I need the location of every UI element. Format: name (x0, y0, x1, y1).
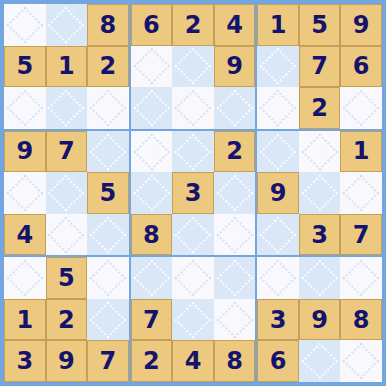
cell-r3c7[interactable] (257, 87, 299, 129)
given-digit: 5 (311, 13, 328, 37)
diamond-icon (175, 90, 211, 126)
cell-r9c2: 9 (46, 340, 88, 382)
cell-r4c4[interactable] (131, 131, 173, 173)
cell-r1c6: 4 (214, 4, 256, 46)
diamond-icon (48, 90, 84, 126)
diamond-icon (301, 260, 337, 296)
diamond-icon (216, 175, 252, 211)
box-r3c1: 512397 (4, 257, 129, 382)
cell-r9c3: 7 (87, 340, 129, 382)
diamond-icon (133, 90, 169, 126)
given-digit: 1 (270, 13, 287, 37)
cell-r1c1[interactable] (4, 4, 46, 46)
cell-r8c7: 3 (257, 299, 299, 341)
cell-r7c9[interactable] (340, 257, 382, 299)
cell-r2c9: 6 (340, 46, 382, 88)
given-digit: 6 (353, 54, 370, 78)
cell-r7c3[interactable] (87, 257, 129, 299)
diamond-icon (301, 343, 337, 379)
diamond-icon (260, 48, 296, 84)
cell-r1c4: 6 (131, 4, 173, 46)
given-digit: 1 (16, 308, 33, 332)
diamond-icon (133, 175, 169, 211)
given-digit: 7 (100, 349, 117, 373)
cell-r1c3: 8 (87, 4, 129, 46)
diamond-icon (175, 260, 211, 296)
box-r2c1: 9754 (4, 131, 129, 256)
cell-r3c5[interactable] (172, 87, 214, 129)
diamond-icon (216, 216, 252, 252)
diamond-icon (260, 133, 296, 169)
diamond-icon (216, 260, 252, 296)
given-digit: 3 (270, 308, 287, 332)
given-digit: 5 (58, 266, 75, 290)
diamond-icon (216, 301, 252, 337)
cell-r5c3: 5 (87, 172, 129, 214)
box-r3c3: 3986 (257, 257, 382, 382)
given-digit: 8 (353, 308, 370, 332)
diamond-icon (7, 90, 43, 126)
given-digit: 3 (185, 181, 202, 205)
cell-r1c5: 2 (172, 4, 214, 46)
cell-r1c8: 5 (299, 4, 341, 46)
cell-r1c2[interactable] (46, 4, 88, 46)
given-digit: 9 (226, 54, 243, 78)
cell-r3c8: 2 (299, 87, 341, 129)
cell-r5c6[interactable] (214, 172, 256, 214)
diamond-icon (260, 260, 296, 296)
box-r1c2: 6249 (131, 4, 256, 129)
cell-r6c6[interactable] (214, 214, 256, 256)
cell-r2c2: 1 (46, 46, 88, 88)
diamond-icon (175, 133, 211, 169)
cell-r4c1: 9 (4, 131, 46, 173)
cell-r3c3[interactable] (87, 87, 129, 129)
given-digit: 1 (58, 54, 75, 78)
diamond-icon (90, 133, 126, 169)
given-digit: 7 (311, 54, 328, 78)
given-digit: 3 (16, 349, 33, 373)
cell-r9c5: 4 (172, 340, 214, 382)
cell-r8c6[interactable] (214, 299, 256, 341)
diamond-icon (90, 216, 126, 252)
diamond-icon (175, 48, 211, 84)
given-digit: 8 (226, 349, 243, 373)
cell-r8c8: 9 (299, 299, 341, 341)
cell-r4c7[interactable] (257, 131, 299, 173)
cell-r7c1[interactable] (4, 257, 46, 299)
cell-r8c5[interactable] (172, 299, 214, 341)
box-r2c2: 238 (131, 131, 256, 256)
cell-r3c1[interactable] (4, 87, 46, 129)
diamond-icon (301, 175, 337, 211)
cell-r3c4[interactable] (131, 87, 173, 129)
given-digit: 2 (311, 96, 328, 120)
cell-r9c7: 6 (257, 340, 299, 382)
box-r1c3: 159762 (257, 4, 382, 129)
given-digit: 6 (143, 13, 160, 37)
cell-r5c9[interactable] (340, 172, 382, 214)
cell-r2c4[interactable] (131, 46, 173, 88)
diamond-icon (216, 90, 252, 126)
cell-r6c8: 3 (299, 214, 341, 256)
cell-r6c9: 7 (340, 214, 382, 256)
given-digit: 3 (311, 223, 328, 247)
cell-r7c5[interactable] (172, 257, 214, 299)
cell-r7c4[interactable] (131, 257, 173, 299)
diamond-icon (90, 301, 126, 337)
cell-r5c4[interactable] (131, 172, 173, 214)
diamond-icon (7, 175, 43, 211)
given-digit: 8 (143, 223, 160, 247)
cell-r5c5: 3 (172, 172, 214, 214)
diamond-icon (343, 260, 379, 296)
given-digit: 2 (226, 139, 243, 163)
cell-r6c4: 8 (131, 214, 173, 256)
cell-r5c1[interactable] (4, 172, 46, 214)
box-r1c1: 8512 (4, 4, 129, 129)
cell-r5c7: 9 (257, 172, 299, 214)
cell-r9c9[interactable] (340, 340, 382, 382)
cell-r4c6: 2 (214, 131, 256, 173)
cell-r7c2: 5 (46, 257, 88, 299)
diamond-icon (175, 216, 211, 252)
given-digit: 9 (16, 139, 33, 163)
given-digit: 7 (143, 308, 160, 332)
cell-r7c7[interactable] (257, 257, 299, 299)
diamond-icon (48, 175, 84, 211)
cell-r2c6: 9 (214, 46, 256, 88)
given-digit: 1 (353, 139, 370, 163)
cell-r9c8[interactable] (299, 340, 341, 382)
diamond-icon (90, 90, 126, 126)
diamond-icon (90, 260, 126, 296)
cell-r4c8[interactable] (299, 131, 341, 173)
diamond-icon (260, 216, 296, 252)
given-digit: 4 (16, 223, 33, 247)
diamond-icon (343, 343, 379, 379)
cell-r8c9: 8 (340, 299, 382, 341)
cell-r9c1: 3 (4, 340, 46, 382)
given-digit: 2 (100, 54, 117, 78)
given-digit: 9 (58, 349, 75, 373)
cell-r2c3: 2 (87, 46, 129, 88)
diamond-icon (175, 301, 211, 337)
cell-r9c4: 2 (131, 340, 173, 382)
diamond-icon (343, 175, 379, 211)
cell-r8c1: 1 (4, 299, 46, 341)
cell-r6c7[interactable] (257, 214, 299, 256)
diamond-icon (260, 90, 296, 126)
cell-r4c3[interactable] (87, 131, 129, 173)
cell-r1c7: 1 (257, 4, 299, 46)
cell-r8c2: 2 (46, 299, 88, 341)
given-digit: 6 (270, 349, 287, 373)
cell-r8c3[interactable] (87, 299, 129, 341)
cell-r2c1: 5 (4, 46, 46, 88)
given-digit: 9 (353, 13, 370, 37)
cell-r3c9[interactable] (340, 87, 382, 129)
cell-r6c1: 4 (4, 214, 46, 256)
diamond-icon (48, 7, 84, 43)
cell-r4c9: 1 (340, 131, 382, 173)
given-digit: 5 (16, 54, 33, 78)
cell-r9c6: 8 (214, 340, 256, 382)
cell-r3c2[interactable] (46, 87, 88, 129)
given-digit: 8 (100, 13, 117, 37)
sudoku-board: 851262491597629754238193751239772483986 (0, 0, 386, 386)
box-r3c2: 7248 (131, 257, 256, 382)
cell-r5c2[interactable] (46, 172, 88, 214)
cell-r2c5[interactable] (172, 46, 214, 88)
diamond-icon (343, 90, 379, 126)
given-digit: 7 (353, 223, 370, 247)
cell-r5c8[interactable] (299, 172, 341, 214)
cell-r7c8[interactable] (299, 257, 341, 299)
cell-r3c6[interactable] (214, 87, 256, 129)
diamond-icon (133, 133, 169, 169)
diamond-icon (48, 216, 84, 252)
diamond-icon (7, 7, 43, 43)
cell-r4c2: 7 (46, 131, 88, 173)
given-digit: 4 (226, 13, 243, 37)
diamond-icon (301, 133, 337, 169)
diamond-icon (7, 260, 43, 296)
cell-r2c7[interactable] (257, 46, 299, 88)
given-digit: 5 (100, 181, 117, 205)
box-r2c3: 1937 (257, 131, 382, 256)
cell-r2c8: 7 (299, 46, 341, 88)
cell-r1c9: 9 (340, 4, 382, 46)
given-digit: 2 (185, 13, 202, 37)
given-digit: 4 (185, 349, 202, 373)
cell-r6c3[interactable] (87, 214, 129, 256)
diamond-icon (133, 260, 169, 296)
cell-r8c4: 7 (131, 299, 173, 341)
cell-r7c6[interactable] (214, 257, 256, 299)
given-digit: 2 (58, 308, 75, 332)
given-digit: 9 (270, 181, 287, 205)
cell-r6c5[interactable] (172, 214, 214, 256)
cell-r4c5[interactable] (172, 131, 214, 173)
cell-r6c2[interactable] (46, 214, 88, 256)
given-digit: 2 (143, 349, 160, 373)
diamond-icon (133, 48, 169, 84)
given-digit: 7 (58, 139, 75, 163)
given-digit: 9 (311, 308, 328, 332)
